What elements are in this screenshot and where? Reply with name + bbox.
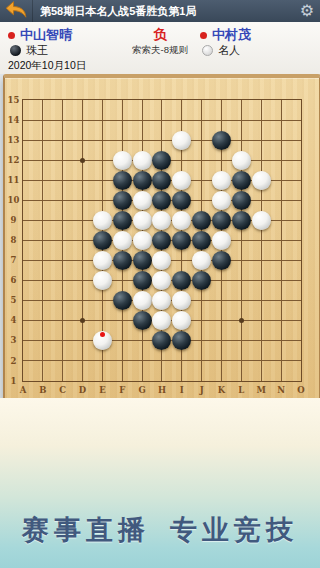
stone-white (113, 151, 132, 170)
match-date: 2020年10月10日 (8, 59, 86, 73)
stone-white (133, 191, 152, 210)
column-label: F (116, 385, 128, 395)
stone-black (172, 191, 191, 210)
stone-black (133, 251, 152, 270)
column-label: A (17, 385, 29, 395)
stone-black (152, 191, 171, 210)
stone-white (172, 131, 191, 150)
white-player-name: 中村茂 (212, 26, 251, 44)
stone-black (133, 271, 152, 290)
black-player-title: 珠王 (26, 43, 48, 58)
stone-black (113, 171, 132, 190)
stone-white (252, 171, 271, 190)
stone-white (93, 271, 112, 290)
row-label: 8 (7, 235, 20, 245)
stone-black (133, 311, 152, 330)
row-label: 14 (7, 115, 20, 125)
row-label: 15 (7, 95, 20, 105)
column-label: O (295, 385, 307, 395)
row-label: 12 (7, 155, 20, 165)
stone-white (212, 231, 231, 250)
row-label: 6 (7, 275, 20, 285)
column-label: N (275, 385, 287, 395)
stone-white (133, 211, 152, 230)
stone-black (232, 171, 251, 190)
row-label: 2 (7, 356, 20, 366)
row-label: 3 (7, 335, 20, 345)
stone-black (93, 231, 112, 250)
white-player-bullet-icon (200, 32, 207, 39)
stone-black (113, 251, 132, 270)
stone-white (172, 171, 191, 190)
column-label: B (37, 385, 49, 395)
settings-gear-icon[interactable]: ⚙ (300, 0, 314, 22)
white-player-title: 名人 (218, 43, 240, 58)
column-label: M (255, 385, 267, 395)
stone-white (113, 231, 132, 250)
stone-black (232, 211, 251, 230)
stone-white (252, 211, 271, 230)
banner-text-right: 专业竞技 (170, 512, 298, 548)
page-title: 第58期日本名人战5番胜负第1局 (40, 4, 300, 19)
row-label: 7 (7, 255, 20, 265)
column-label: I (176, 385, 188, 395)
stone-black (192, 271, 211, 290)
star-point (80, 158, 85, 163)
stone-black (152, 171, 171, 190)
row-label: 5 (7, 295, 20, 305)
match-info-panel: 中山智晴 珠王 2020年10月10日 负 索索夫-8规则 中村茂 名人 (0, 22, 320, 74)
stone-black (212, 131, 231, 150)
black-player-name: 中山智晴 (20, 26, 72, 44)
stone-white (93, 211, 112, 230)
stone-white (133, 291, 152, 310)
stone-white (232, 151, 251, 170)
stone-black (232, 191, 251, 210)
row-label: 4 (7, 315, 20, 325)
column-label: E (96, 385, 108, 395)
stone-black (113, 191, 132, 210)
back-arrow-icon (4, 0, 28, 22)
stone-white (212, 171, 231, 190)
stone-black (172, 231, 191, 250)
stone-white (172, 211, 191, 230)
banner-text-left: 赛事直播 (22, 512, 150, 548)
grid-line (261, 100, 262, 381)
stone-black (192, 211, 211, 230)
column-label: K (216, 385, 228, 395)
grid-line (23, 360, 301, 361)
stone-black (152, 151, 171, 170)
renju-board[interactable]: 151413121110987654321ABCDEFGHIJKLMNO (3, 74, 320, 407)
black-stone-icon (10, 45, 21, 56)
grid-line (281, 100, 282, 381)
row-label: 9 (7, 215, 20, 225)
column-label: L (235, 385, 247, 395)
title-bar: 第58期日本名人战5番胜负第1局 ⚙ (0, 0, 320, 22)
column-label: C (57, 385, 69, 395)
column-label: H (156, 385, 168, 395)
column-label: J (196, 385, 208, 395)
star-point (80, 318, 85, 323)
white-stone-icon (202, 45, 213, 56)
stone-black (113, 211, 132, 230)
row-label: 10 (7, 195, 20, 205)
stone-black (113, 291, 132, 310)
stone-white (192, 251, 211, 270)
row-label: 11 (7, 175, 20, 185)
stone-black (133, 171, 152, 190)
stone-white (133, 151, 152, 170)
rule-text: 索索夫-8规则 (110, 44, 210, 57)
column-label: D (77, 385, 89, 395)
stone-black (212, 211, 231, 230)
result-text: 负 (110, 26, 210, 44)
stone-black (192, 231, 211, 250)
grid-line (241, 100, 242, 381)
back-button[interactable] (0, 0, 33, 22)
black-player-bullet-icon (8, 32, 15, 39)
stone-white (93, 251, 112, 270)
star-point (239, 318, 244, 323)
stone-white (133, 231, 152, 250)
stone-white (212, 191, 231, 210)
promo-banner: 赛事直播 专业竞技 (0, 398, 320, 568)
row-label: 13 (7, 135, 20, 145)
column-label: G (136, 385, 148, 395)
stone-black (212, 251, 231, 270)
